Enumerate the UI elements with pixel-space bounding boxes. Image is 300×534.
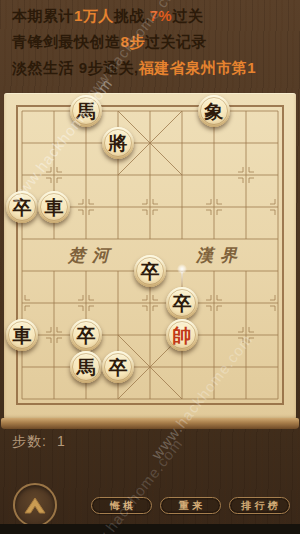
restart-button[interactable]: 重来	[160, 497, 221, 514]
announcement-segment: 福建省泉州市第1	[139, 59, 256, 76]
piece-black-soldier[interactable]: 卒	[166, 287, 198, 319]
game-screen: 本期累计1万人挑战,7%过关青锋剑最快创造8步过关记录淡然生活 9步通关,福建省…	[0, 0, 300, 534]
announcement-segment: 7%	[150, 7, 173, 24]
announcement-segment: 青锋剑最快创造	[12, 33, 121, 50]
xiangqi-board[interactable]: 楚河 漢界 馬象將卒車卒卒車卒帥馬卒	[4, 93, 296, 419]
piece-black-elephant[interactable]: 象	[198, 95, 230, 127]
announcement-line: 淡然生活 9步通关,福建省泉州市第1	[12, 55, 298, 81]
step-counter: 步数:1	[12, 433, 66, 451]
piece-black-soldier[interactable]: 卒	[70, 319, 102, 351]
piece-black-soldier[interactable]: 卒	[134, 255, 166, 287]
piece-black-chariot[interactable]: 車	[38, 191, 70, 223]
pieces-layer: 馬象將卒車卒卒車卒帥馬卒	[4, 93, 296, 419]
announcement-segment: 过关记录	[145, 33, 207, 50]
piece-black-horse[interactable]: 馬	[70, 95, 102, 127]
announcement-segment: 本期累计	[12, 7, 74, 24]
bottom-strip	[0, 524, 300, 534]
piece-black-soldier[interactable]: 卒	[6, 191, 38, 223]
step-counter-label: 步数:	[12, 433, 47, 449]
announcement-line: 本期累计1万人挑战,7%过关	[12, 3, 298, 29]
announcement-line: 青锋剑最快创造8步过关记录	[12, 29, 298, 55]
board-edge	[1, 418, 299, 429]
undo-button[interactable]: 悔棋	[91, 497, 152, 514]
piece-black-soldier[interactable]: 卒	[102, 351, 134, 383]
last-move-highlight	[177, 264, 187, 274]
chevron-up-icon	[22, 494, 48, 516]
watermark: www.hackhome.com	[78, 435, 186, 534]
announcement-segment: 1万人	[74, 7, 114, 24]
step-counter-value: 1	[57, 433, 66, 449]
piece-black-general[interactable]: 將	[102, 127, 134, 159]
announcement-segment: 挑战,	[114, 7, 150, 24]
announcements: 本期累计1万人挑战,7%过关青锋剑最快创造8步过关记录淡然生活 9步通关,福建省…	[12, 3, 298, 81]
action-buttons: 悔棋 重来 排行榜	[91, 497, 290, 514]
piece-black-chariot[interactable]: 車	[6, 319, 38, 351]
collapse-button[interactable]	[13, 483, 57, 527]
leaderboard-button[interactable]: 排行榜	[229, 497, 290, 514]
announcement-segment: 过关	[172, 7, 203, 24]
piece-red-general[interactable]: 帥	[166, 319, 198, 351]
announcement-segment: 8步	[121, 33, 145, 50]
piece-black-horse[interactable]: 馬	[70, 351, 102, 383]
announcement-segment: 淡然生活 9步通关,	[12, 59, 139, 76]
